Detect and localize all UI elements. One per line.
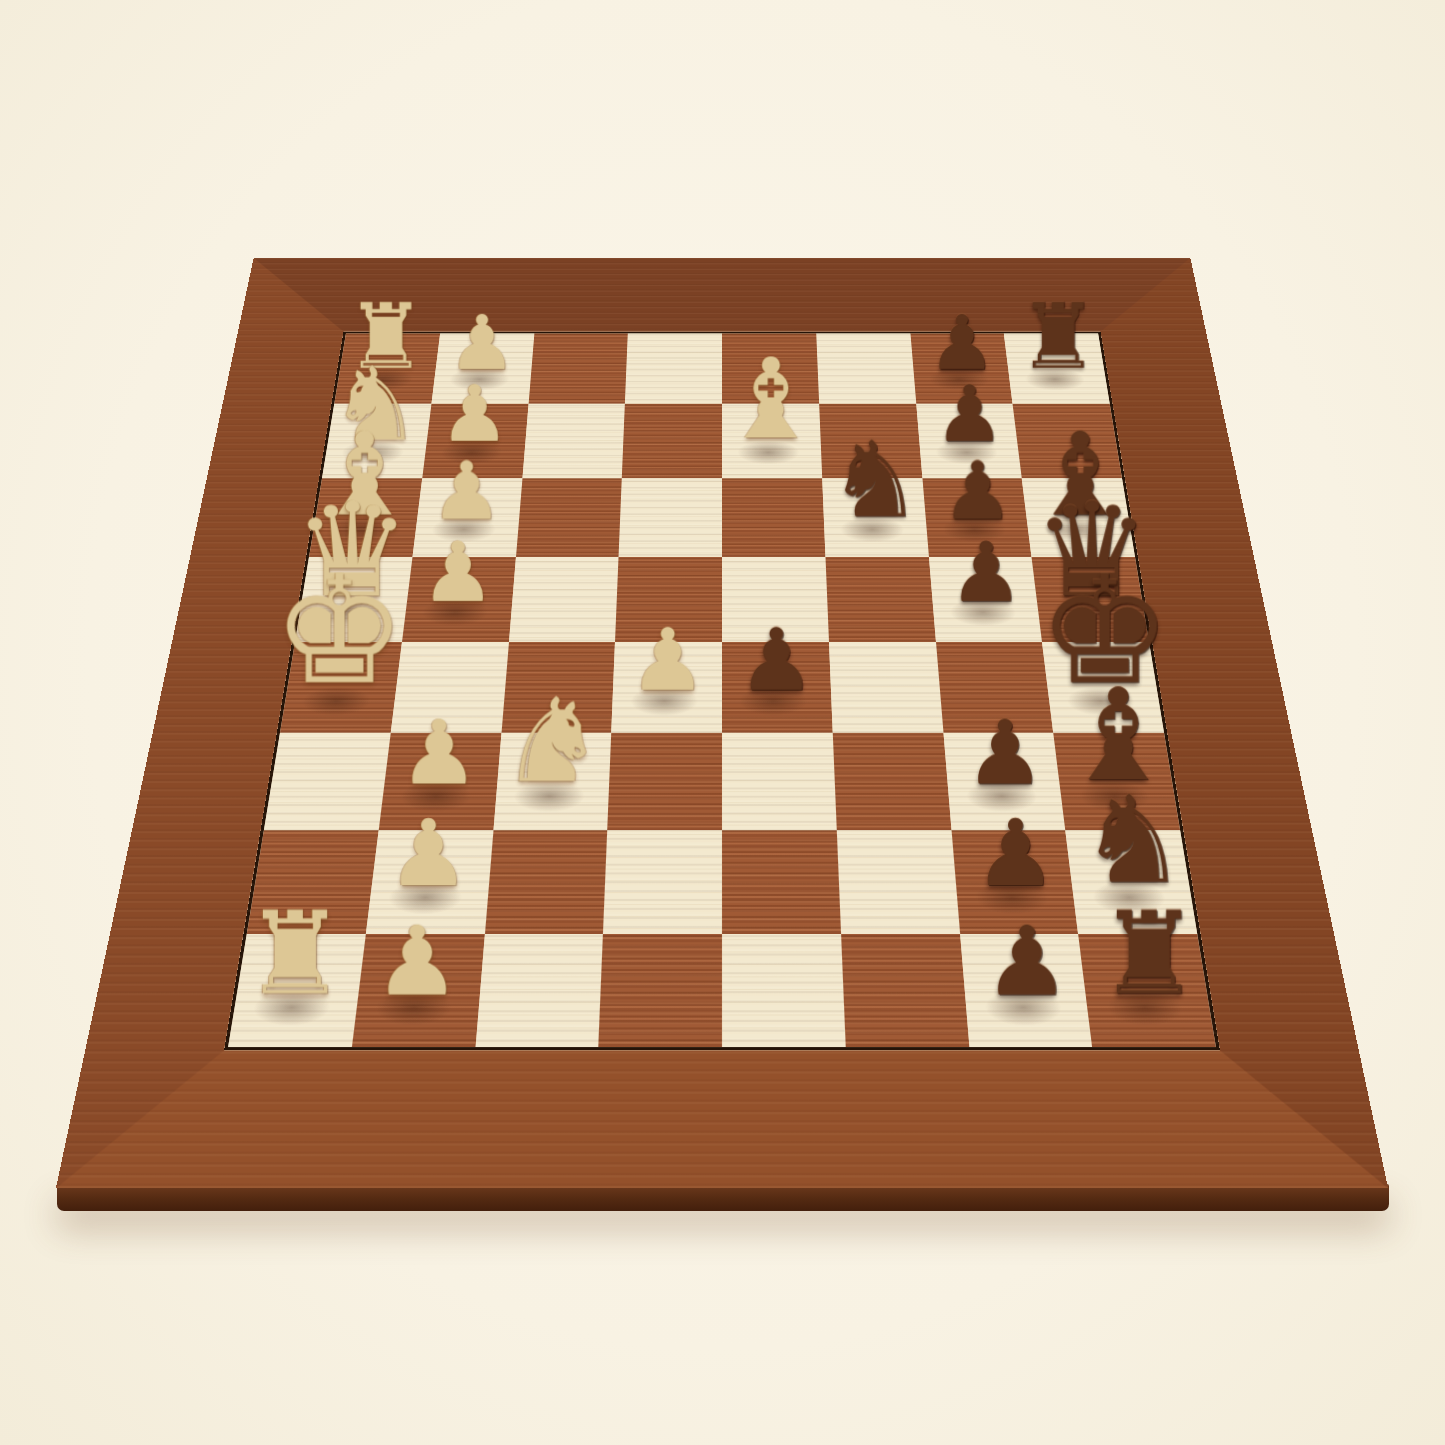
square-e1[interactable]: ♚ [280,642,402,733]
board-playfield: ♜♟♟♜♞♟♝♟♝♟♞♟♝♛♟♟♛♚♟♟♚♟♞♟♝♟♟♞♜♟♟♜ [224,332,1220,1051]
square-f6[interactable] [832,733,951,830]
square-a6[interactable] [816,334,916,404]
square-h1[interactable]: ♜ [228,934,365,1047]
black-knight-g8[interactable]: ♞ [1078,783,1186,898]
white-knight-f3[interactable]: ♞ [500,685,604,796]
square-b5[interactable]: ♝ [722,404,822,478]
square-f3[interactable]: ♞ [493,733,612,830]
white-pawn-g2[interactable]: ♟ [387,810,470,898]
square-h7[interactable]: ♟ [960,934,1093,1047]
square-a4[interactable] [625,334,722,404]
black-pawn-c7[interactable]: ♟ [941,453,1013,529]
black-pawn-d7[interactable]: ♟ [949,534,1023,613]
square-b3[interactable] [522,404,625,478]
square-h3[interactable] [475,934,603,1047]
white-king-e1[interactable]: ♚ [273,559,407,701]
black-knight-c6[interactable]: ♞ [828,430,922,530]
black-pawn-f7[interactable]: ♟ [965,711,1045,796]
square-e5[interactable]: ♟ [722,642,832,733]
chess-board: ♜♟♟♜♞♟♝♟♝♟♞♟♝♛♟♟♛♚♟♟♚♟♞♟♝♟♟♞♜♟♟♜ [56,258,1388,1188]
square-f1[interactable] [264,733,391,830]
square-d7[interactable]: ♟ [929,557,1043,642]
white-pawn-f2[interactable]: ♟ [399,711,479,796]
white-pawn-c2[interactable]: ♟ [431,453,503,529]
square-e4[interactable]: ♟ [612,642,722,733]
square-c5[interactable] [722,478,825,557]
square-g3[interactable] [484,830,607,935]
square-e6[interactable] [829,642,943,733]
black-pawn-b7[interactable]: ♟ [934,378,1004,452]
square-f4[interactable] [608,733,722,830]
black-rook-a8[interactable]: ♜ [1017,294,1098,379]
white-pawn-d2[interactable]: ♟ [421,534,495,613]
white-pawn-e4[interactable]: ♟ [629,619,706,701]
square-d3[interactable] [509,557,619,642]
white-pawn-h2[interactable]: ♟ [374,917,460,1008]
square-c6[interactable]: ♞ [822,478,929,557]
square-h5[interactable] [722,934,845,1047]
black-rook-h8[interactable]: ♜ [1097,899,1199,1007]
square-b4[interactable] [622,404,722,478]
square-h6[interactable] [841,934,969,1047]
square-g6[interactable] [836,830,959,935]
square-f5[interactable] [722,733,836,830]
black-pawn-g7[interactable]: ♟ [974,810,1057,898]
square-g5[interactable] [722,830,841,935]
black-pawn-h7[interactable]: ♟ [984,917,1070,1008]
square-a3[interactable] [528,334,628,404]
square-d6[interactable] [825,557,935,642]
square-g4[interactable] [603,830,722,935]
square-d2[interactable]: ♟ [402,557,516,642]
square-a8[interactable]: ♜ [1004,334,1110,404]
square-c4[interactable] [619,478,722,557]
white-bishop-b5[interactable]: ♝ [722,347,822,453]
square-c3[interactable] [515,478,622,557]
white-rook-h1[interactable]: ♜ [244,899,346,1007]
square-h4[interactable] [599,934,722,1047]
black-pawn-e5[interactable]: ♟ [738,619,815,701]
scene-background: ♜♟♟♜♞♟♝♟♝♟♞♟♝♛♟♟♛♚♟♟♚♟♞♟♝♟♟♞♜♟♟♜ [0,0,1445,1445]
square-h2[interactable]: ♟ [352,934,485,1047]
white-pawn-b2[interactable]: ♟ [440,378,510,452]
square-h8[interactable]: ♜ [1078,934,1215,1047]
